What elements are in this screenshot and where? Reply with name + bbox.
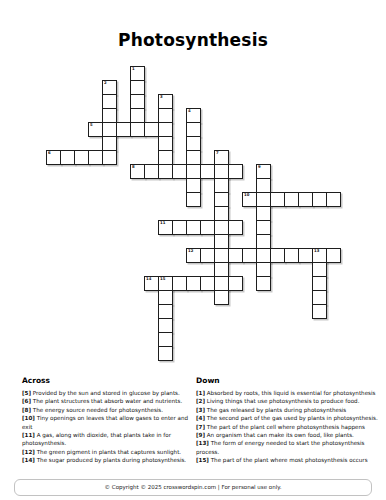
cell-number-10: 10: [244, 193, 249, 197]
grid-cell-r15c11[interactable]: [200, 276, 215, 291]
cell-number-2: 2: [104, 81, 107, 85]
grid-cell-r4c4[interactable]: [102, 122, 117, 137]
grid-cell-r13c10[interactable]: 12: [186, 248, 201, 263]
grid-cell-r13c20[interactable]: [326, 248, 341, 263]
clue-number: [5]: [22, 390, 31, 396]
grid-cell-r16c12[interactable]: [214, 290, 229, 305]
grid-cell-r1c6[interactable]: [130, 80, 145, 95]
grid-cell-r6c0[interactable]: 6: [46, 150, 61, 165]
grid-cell-r9c20[interactable]: [326, 192, 341, 207]
grid-cell-r17c8[interactable]: [158, 304, 173, 319]
grid-cell-r9c15[interactable]: [256, 192, 271, 207]
grid-cell-r1c4[interactable]: 2: [102, 80, 117, 95]
crossword-page: Photosynthesis 123456789101112131415 Acr…: [0, 0, 386, 500]
grid-cell-r20c8[interactable]: [158, 346, 173, 361]
grid-cell-r11c13[interactable]: [228, 220, 243, 235]
grid-cell-r11c9[interactable]: [172, 220, 187, 235]
grid-cell-r8c15[interactable]: [256, 178, 271, 193]
clue-number: [3]: [196, 407, 205, 413]
down-heading: Down: [196, 376, 380, 385]
grid-cell-r7c7[interactable]: [144, 164, 159, 179]
grid-cell-r11c11[interactable]: [200, 220, 215, 235]
grid-cell-r6c2[interactable]: [74, 150, 89, 165]
grid-cell-r19c8[interactable]: [158, 332, 173, 347]
clue-number: [12]: [22, 449, 35, 455]
grid-cell-r9c16[interactable]: [270, 192, 285, 207]
clue-across-12: [12] The green pigment in plants that ca…: [22, 448, 192, 456]
clue-down-1: [1] Absorbed by roots, this liquid is es…: [196, 389, 380, 397]
grid-cell-r8c10[interactable]: [186, 178, 201, 193]
grid-cell-r7c8[interactable]: [158, 164, 173, 179]
across-clues-column: Across [5] Provided by the sun and store…: [22, 376, 192, 465]
cell-number-13: 13: [314, 249, 319, 253]
cell-number-14: 14: [146, 277, 151, 281]
clue-number: [8]: [22, 407, 31, 413]
clue-across-10: [10] Tiny openings on leaves that allow …: [22, 414, 192, 431]
cell-number-1: 1: [132, 67, 135, 71]
grid-cell-r15c9[interactable]: [172, 276, 187, 291]
grid-cell-r13c19[interactable]: 13: [312, 248, 327, 263]
clue-number: [10]: [22, 415, 35, 421]
grid-cell-r12c15[interactable]: [256, 234, 271, 249]
clue-number: [13]: [196, 440, 209, 446]
grid-cell-r13c11[interactable]: [200, 248, 215, 263]
grid-cell-r15c19[interactable]: [312, 276, 327, 291]
grid-cell-r6c1[interactable]: [60, 150, 75, 165]
grid-cell-r10c15[interactable]: [256, 206, 271, 221]
grid-cell-r13c18[interactable]: [298, 248, 313, 263]
grid-cell-r13c13[interactable]: [228, 248, 243, 263]
cell-number-11: 11: [160, 221, 165, 225]
clue-down-7: [7] The part of the plant cell where pho…: [196, 423, 380, 431]
down-clues-column: Down [1] Absorbed by roots, this liquid …: [196, 376, 380, 465]
grid-cell-r15c10[interactable]: [186, 276, 201, 291]
clue-number: [4]: [196, 415, 205, 421]
cell-number-12: 12: [188, 249, 193, 253]
grid-cell-r9c12[interactable]: [214, 192, 229, 207]
grid-cell-r8c12[interactable]: [214, 178, 229, 193]
cell-number-4: 4: [188, 109, 191, 113]
cell-number-6: 6: [48, 151, 51, 155]
grid-cell-r14c19[interactable]: [312, 262, 327, 277]
grid-cell-r4c7[interactable]: [144, 122, 159, 137]
grid-cell-r4c3[interactable]: 5: [88, 122, 103, 137]
grid-cell-r16c19[interactable]: [312, 290, 327, 305]
grid-cell-r11c12[interactable]: [214, 220, 229, 235]
grid-cell-r9c19[interactable]: [312, 192, 327, 207]
grid-cell-r6c8[interactable]: [158, 150, 173, 165]
clue-number: [2]: [196, 398, 205, 404]
clue-number: [1]: [196, 390, 205, 396]
grid-cell-r15c13[interactable]: [228, 276, 243, 291]
grid-cell-r11c15[interactable]: [256, 220, 271, 235]
grid-cell-r15c7[interactable]: 14: [144, 276, 159, 291]
copyright-footer: © Copyright © 2025 crosswordspin.com | F…: [14, 479, 372, 496]
grid-cell-r7c13[interactable]: [228, 164, 243, 179]
grid-cell-r16c8[interactable]: [158, 290, 173, 305]
across-heading: Across: [22, 376, 192, 385]
grid-cell-r9c17[interactable]: [284, 192, 299, 207]
grid-cell-r14c15[interactable]: [256, 262, 271, 277]
clue-number: [15]: [196, 457, 209, 463]
grid-cell-r6c3[interactable]: [88, 150, 103, 165]
clue-across-6: [6] The plant structures that absorb wat…: [22, 397, 192, 405]
grid-cell-r7c11[interactable]: [200, 164, 215, 179]
grid-cell-r9c14[interactable]: 10: [242, 192, 257, 207]
grid-cell-r7c12[interactable]: [214, 164, 229, 179]
clue-number: [14]: [22, 457, 35, 463]
grid-cell-r15c15[interactable]: [256, 276, 271, 291]
cell-number-5: 5: [90, 123, 93, 127]
grid-cell-r18c8[interactable]: [158, 318, 173, 333]
grid-cell-r10c12[interactable]: [214, 206, 229, 221]
grid-cell-r15c8[interactable]: 15: [158, 276, 173, 291]
grid-cell-r13c12[interactable]: [214, 248, 229, 263]
grid-cell-r6c4[interactable]: [102, 150, 117, 165]
clue-down-3: [3] The gas released by plants during ph…: [196, 406, 380, 414]
grid-cell-r3c10[interactable]: 4: [186, 108, 201, 123]
grid-cell-r4c8[interactable]: [158, 122, 173, 137]
grid-cell-r17c19[interactable]: [312, 304, 327, 319]
cell-number-8: 8: [132, 165, 135, 169]
clue-across-8: [8] The energy source needed for photosy…: [22, 406, 192, 414]
clue-across-5: [5] Provided by the sun and stored in gl…: [22, 389, 192, 397]
grid-cell-r11c10[interactable]: [186, 220, 201, 235]
grid-cell-r5c8[interactable]: [158, 136, 173, 151]
grid-cell-r7c15[interactable]: 9: [256, 164, 271, 179]
grid-cell-r3c4[interactable]: [102, 108, 117, 123]
grid-cell-r9c10[interactable]: [186, 192, 201, 207]
grid-cell-r4c6[interactable]: [130, 122, 145, 137]
clue-number: [9]: [196, 432, 205, 438]
down-clue-list: [1] Absorbed by roots, this liquid is es…: [196, 389, 380, 465]
grid-cell-r7c10[interactable]: [186, 164, 201, 179]
clue-number: [7]: [196, 424, 205, 430]
clue-down-13: [13] The form of energy needed to start …: [196, 439, 380, 456]
clue-number: [6]: [22, 398, 31, 404]
clue-down-4: [4] The second part of the gas used by p…: [196, 414, 380, 422]
grid-cell-r6c12[interactable]: 7: [214, 150, 229, 165]
cell-number-7: 7: [216, 151, 219, 155]
grid-cell-r13c17[interactable]: [284, 248, 299, 263]
grid-cell-r4c10[interactable]: [186, 122, 201, 137]
page-title: Photosynthesis: [0, 30, 386, 50]
clue-down-2: [2] Living things that use photosynthesi…: [196, 397, 380, 405]
grid-cell-r4c5[interactable]: [116, 122, 131, 137]
clue-number: [11]: [22, 432, 35, 438]
grid-cell-r11c8[interactable]: 11: [158, 220, 173, 235]
cell-number-15: 15: [160, 277, 165, 281]
clue-down-15: [15] The part of the plant where most ph…: [196, 456, 380, 464]
grid-cell-r13c15[interactable]: [256, 248, 271, 263]
grid-cell-r7c9[interactable]: [172, 164, 187, 179]
grid-cell-r0c6[interactable]: 1: [130, 66, 145, 81]
clue-down-9: [9] An organism that can make its own fo…: [196, 431, 380, 439]
grid-cell-r14c12[interactable]: [214, 262, 229, 277]
grid-cell-r2c6[interactable]: [130, 94, 145, 109]
grid-cell-r5c10[interactable]: [186, 136, 201, 151]
grid-cell-r7c6[interactable]: 8: [130, 164, 145, 179]
grid-cell-r3c8[interactable]: [158, 108, 173, 123]
grid-cell-r5c4[interactable]: [102, 136, 117, 151]
crossword-grid: 123456789101112131415: [46, 66, 342, 362]
grid-cell-r2c8[interactable]: 3: [158, 94, 173, 109]
clue-across-14: [14] The sugar produced by plants during…: [22, 456, 192, 464]
grid-cell-r3c6[interactable]: [130, 108, 145, 123]
grid-cell-r13c16[interactable]: [270, 248, 285, 263]
grid-cell-r13c14[interactable]: [242, 248, 257, 263]
grid-cell-r15c12[interactable]: [214, 276, 229, 291]
cell-number-3: 3: [160, 95, 163, 99]
grid-cell-r9c18[interactable]: [298, 192, 313, 207]
grid-cell-r2c4[interactable]: [102, 94, 117, 109]
clue-across-11: [11] A gas, along with dioxide, that pla…: [22, 431, 192, 448]
cell-number-9: 9: [258, 165, 261, 169]
grid-cell-r12c12[interactable]: [214, 234, 229, 249]
across-clue-list: [5] Provided by the sun and stored in gl…: [22, 389, 192, 465]
grid-cell-r6c10[interactable]: [186, 150, 201, 165]
